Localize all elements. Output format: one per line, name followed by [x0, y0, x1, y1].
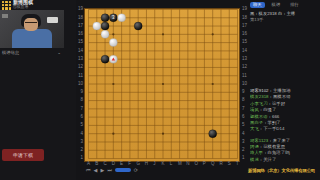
column-letter: N	[186, 162, 189, 167]
refresh-icon[interactable]: ⟳	[134, 168, 138, 173]
row-number: 14	[78, 49, 83, 54]
column-letter: O	[195, 162, 199, 167]
kifu-list-header[interactable]: 棋谱信息 ⌄	[0, 49, 64, 56]
chat-username: 清风	[250, 107, 259, 112]
app-header: 新博围棋 围棋直播	[0, 0, 76, 10]
panel-tab-聊天[interactable]: 聊天	[250, 2, 265, 8]
row-number: 12	[78, 65, 83, 70]
prev-move-icon[interactable]: ◀	[94, 168, 98, 173]
streamer-glasses	[25, 22, 37, 25]
row-number: 1	[242, 156, 245, 161]
chat-text: ：主播加油	[269, 88, 291, 93]
row-number: 4	[80, 132, 83, 137]
row-number: 11	[78, 74, 83, 79]
chat-username: 小李飞刀	[250, 101, 268, 106]
streamer-webcam-video[interactable]	[0, 10, 64, 48]
column-letter: T	[236, 162, 239, 167]
panel-tabs: 聊天棋谱排行	[250, 2, 302, 8]
move-count: 第13手	[250, 17, 320, 23]
row-number: 12	[242, 65, 247, 70]
column-letter: P	[203, 162, 206, 167]
column-letter: L	[170, 162, 173, 167]
stone-white-D15	[109, 39, 117, 47]
row-numbers-left: 19181716151413121110987654321	[76, 8, 84, 162]
chat-text: ：这手好	[268, 101, 286, 106]
column-letter: M	[178, 162, 182, 167]
chat-username: 棋迷	[250, 157, 259, 162]
chat-text: ：白角活了吗	[263, 150, 289, 155]
row-number: 5	[80, 123, 83, 128]
row-number: 11	[242, 74, 247, 79]
chat-message: 大飞：下一手D14	[250, 126, 320, 132]
column-letter: K	[161, 162, 164, 167]
webcam-shelf-highlight	[2, 14, 8, 18]
row-number: 2	[242, 148, 245, 153]
streamer-body	[12, 29, 52, 48]
row-number: 9	[242, 90, 245, 95]
chat-username: 阿强	[250, 144, 259, 149]
webcam-window-light	[47, 17, 58, 23]
stone-white-E18	[118, 14, 126, 22]
row-number: 6	[80, 115, 83, 120]
row-number: 9	[80, 90, 83, 95]
row-number: 17	[78, 24, 83, 29]
app-logo-icon	[2, 1, 11, 10]
row-number: 1	[80, 156, 83, 161]
row-number: 15	[242, 40, 247, 45]
row-number: 8	[242, 98, 245, 103]
chat-username: 观棋不语	[250, 114, 268, 119]
column-letter: J	[153, 162, 155, 167]
row-number: 4	[242, 132, 245, 137]
chat-text: ：来了来了	[268, 138, 290, 143]
play-icon[interactable]: ▶	[100, 168, 104, 173]
row-number: 17	[242, 24, 247, 29]
go-board-grid: 3	[84, 8, 240, 162]
chat-message-list[interactable]: 游客9102：主播加油棋友2318：黑棋不错小李飞刀：这手好清风：白慢了观棋不语…	[250, 88, 320, 164]
row-number: 7	[242, 107, 245, 112]
stone-black-C17	[101, 22, 109, 30]
panel-tab-棋谱[interactable]: 棋谱	[269, 2, 284, 8]
stone-white-C16	[101, 30, 109, 38]
row-number: 8	[80, 98, 83, 103]
chat-text: ：关注了	[259, 157, 277, 162]
go-board[interactable]: 3	[84, 8, 240, 162]
stone-black-Q4	[209, 130, 217, 138]
row-number: 7	[80, 107, 83, 112]
row-number: 19	[78, 7, 83, 12]
company-credit: 新博网络（北京）文化传播有限公司	[248, 168, 320, 173]
row-number: 6	[242, 115, 245, 120]
row-number: 3	[242, 140, 245, 145]
chat-text: ：这棋有意思	[259, 144, 285, 149]
chat-username: 路人甲	[250, 150, 263, 155]
stone-white-B17	[93, 22, 101, 30]
move-progress-slider[interactable]	[115, 168, 131, 172]
row-number: 18	[78, 16, 83, 21]
row-number: 13	[242, 57, 247, 62]
left-sidebar: 新博围棋 围棋直播 棋谱信息 ⌄ 申请下棋	[0, 0, 76, 180]
row-number: 3	[80, 140, 83, 145]
chat-username: 游客1123	[250, 138, 268, 143]
row-numbers-right: 19181716151413121110987654321	[241, 8, 249, 162]
chat-text: ：黑棋不错	[269, 94, 291, 99]
request-game-button[interactable]: 申请下棋	[2, 149, 44, 161]
row-number: 2	[80, 148, 83, 153]
chat-username: 棋友2318	[250, 94, 269, 99]
column-letter: H	[145, 162, 148, 167]
stone-black-C13	[101, 55, 109, 63]
row-number: 16	[242, 32, 247, 37]
row-number: 16	[78, 32, 83, 37]
column-letter: S	[228, 162, 231, 167]
chat-text: ：666	[268, 114, 280, 119]
row-number: 14	[242, 49, 247, 54]
chat-username: 大飞	[250, 126, 259, 131]
chat-text: ：下一手D14	[259, 126, 285, 131]
stone-black-G17	[134, 22, 142, 30]
panel-tab-排行[interactable]: 排行	[287, 2, 302, 8]
row-number: 18	[242, 16, 247, 21]
go-streaming-app: 新博围棋 围棋直播 棋谱信息 ⌄ 申请下棋	[0, 0, 320, 180]
playback-toolbar: ⏮ ◀ ▶ ⏭ ⟳	[86, 166, 138, 174]
chat-text: ：白慢了	[259, 107, 277, 112]
next-move-icon[interactable]: ⏭	[107, 168, 112, 173]
right-panel: 聊天棋谱排行 黑：棋友2318 白：主播 第13手 游客9102：主播加油棋友2…	[250, 0, 320, 180]
row-number: 10	[78, 82, 83, 87]
column-letter: R	[219, 162, 222, 167]
chat-username: 游客9102	[250, 88, 269, 93]
chat-username: 黑白子	[250, 120, 263, 125]
chevron-down-icon: ⌄	[57, 50, 61, 55]
column-letter: Q	[211, 162, 215, 167]
row-number: 10	[242, 82, 247, 87]
chat-text: ：学到了	[263, 120, 281, 125]
chat-message: 棋迷：关注了	[250, 157, 320, 163]
stone-black-C18	[101, 14, 109, 22]
kifu-list-label: 棋谱信息	[2, 50, 19, 55]
row-number: 19	[242, 7, 247, 12]
first-move-icon[interactable]: ⏮	[86, 168, 91, 173]
row-number: 5	[242, 123, 245, 128]
row-number: 13	[78, 57, 83, 62]
game-info: 黑：棋友2318 白：主播 第13手	[250, 11, 320, 22]
row-number: 15	[78, 40, 83, 45]
